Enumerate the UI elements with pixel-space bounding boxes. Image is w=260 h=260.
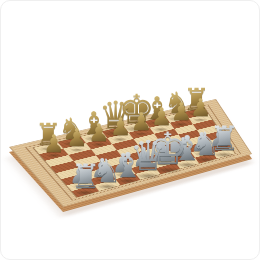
piece-black-pawn-c7: ♟ [88, 121, 110, 145]
piece-black-pawn-g7: ♟ [171, 101, 193, 125]
piece-white-rook-a1: ♜ [70, 160, 100, 193]
pieces-layer: ♜♞♝♛♚♝♞♜♟♟♟♟♟♟♟♟♟♟♟♟♟♟♟♟♜♞♝♛♚♝♞♜ [1, 1, 259, 259]
piece-black-pawn-h7: ♟ [190, 96, 212, 120]
piece-black-pawn-d7: ♟ [110, 116, 132, 140]
product-image: ♜♞♝♛♚♝♞♜♟♟♟♟♟♟♟♟♟♟♟♟♟♟♟♟♜♞♝♛♚♝♞♜ [0, 0, 260, 260]
piece-black-pawn-b7: ♟ [66, 126, 88, 150]
piece-black-pawn-a7: ♟ [43, 132, 65, 156]
